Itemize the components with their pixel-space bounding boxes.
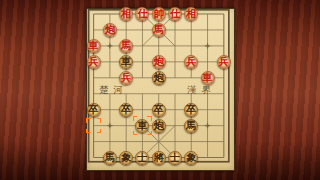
piece-red-horse[interactable]: 馬 bbox=[119, 39, 133, 53]
wood-table-background: 楚河 漢界 相仕帥仕相炮馬車馬兵炮兵兵兵車車炮卒卒卒卒車炮馬馬象士將士象 bbox=[0, 0, 320, 180]
piece-red-soldier[interactable]: 兵 bbox=[217, 55, 231, 69]
piece-red-elephant[interactable]: 相 bbox=[184, 7, 198, 21]
piece-black-general[interactable]: 將 bbox=[152, 151, 166, 165]
piece-red-soldier[interactable]: 兵 bbox=[184, 55, 198, 69]
piece-black-cannon[interactable]: 炮 bbox=[152, 71, 166, 85]
piece-black-chariot[interactable]: 車 bbox=[119, 55, 133, 69]
piece-red-advisor[interactable]: 仕 bbox=[135, 7, 149, 21]
piece-black-chariot[interactable]: 車 bbox=[135, 119, 149, 133]
piece-black-soldier[interactable]: 卒 bbox=[184, 103, 198, 117]
piece-black-soldier[interactable]: 卒 bbox=[119, 103, 133, 117]
piece-red-advisor[interactable]: 仕 bbox=[168, 7, 182, 21]
piece-red-cannon[interactable]: 炮 bbox=[152, 55, 166, 69]
piece-red-cannon[interactable]: 炮 bbox=[103, 23, 117, 37]
piece-black-horse[interactable]: 馬 bbox=[103, 151, 117, 165]
piece-red-soldier[interactable]: 兵 bbox=[87, 55, 101, 69]
piece-red-elephant[interactable]: 相 bbox=[119, 7, 133, 21]
piece-black-elephant[interactable]: 象 bbox=[119, 151, 133, 165]
piece-black-cannon[interactable]: 炮 bbox=[152, 119, 166, 133]
piece-black-elephant[interactable]: 象 bbox=[184, 151, 198, 165]
piece-red-general[interactable]: 帥 bbox=[152, 7, 166, 21]
piece-red-chariot[interactable]: 車 bbox=[87, 39, 101, 53]
piece-red-horse[interactable]: 馬 bbox=[152, 23, 166, 37]
piece-black-advisor[interactable]: 士 bbox=[135, 151, 149, 165]
piece-black-soldier[interactable]: 卒 bbox=[152, 103, 166, 117]
piece-red-soldier[interactable]: 兵 bbox=[119, 71, 133, 85]
piece-black-soldier[interactable]: 卒 bbox=[87, 103, 101, 117]
piece-red-chariot[interactable]: 車 bbox=[201, 71, 215, 85]
piece-black-horse[interactable]: 馬 bbox=[184, 119, 198, 133]
piece-black-advisor[interactable]: 士 bbox=[168, 151, 182, 165]
